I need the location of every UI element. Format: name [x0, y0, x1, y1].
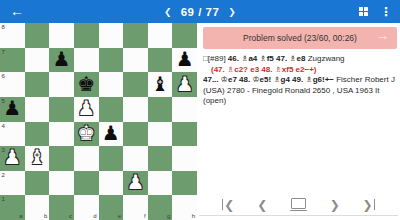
square-c3[interactable]: [49, 146, 74, 171]
square-a1[interactable]: 1a: [0, 195, 25, 220]
grid-dot: [364, 12, 368, 16]
square-c5[interactable]: [49, 97, 74, 122]
move-navigation-bar: ❮ ❮ ❯ ❯: [199, 194, 398, 216]
square-f7[interactable]: [123, 48, 148, 73]
file-label-b: b: [44, 213, 47, 219]
black-pawn: ♟: [53, 49, 71, 69]
square-a5[interactable]: 5♟: [0, 97, 25, 122]
white-pawn: ♟: [77, 98, 95, 118]
notation-line: (USA) 2780 - Finegold Ronald 2650 , USA …: [203, 86, 398, 97]
variation-moves[interactable]: (47. ♗c2? e3 48. ♗xf5 e2−+): [211, 65, 317, 74]
square-f8[interactable]: [123, 23, 148, 48]
computer-icon-base: [290, 210, 307, 212]
square-c7[interactable]: ♟: [49, 48, 74, 73]
main-line-moves-2[interactable]: 47... ♔e7 48. ♔e5! ♗g4 49. ♗g6!+−: [203, 75, 336, 84]
square-f4[interactable]: [123, 122, 148, 147]
grid-dot: [359, 7, 363, 11]
square-a7[interactable]: 7: [0, 48, 25, 73]
chess-board: 87♟♟6♚♝♟5♟♟4♚♟3♟♝2♟1abcdefgh: [0, 23, 197, 220]
square-f1[interactable]: f: [123, 195, 148, 220]
square-d1[interactable]: d: [74, 195, 99, 220]
zugzwang-comment: Zugzwang: [305, 54, 344, 63]
square-g6[interactable]: ♝: [148, 72, 173, 97]
square-e2[interactable]: [99, 171, 124, 196]
square-g5[interactable]: [148, 97, 173, 122]
white-bishop: ♝: [28, 147, 46, 167]
square-b7[interactable]: [25, 48, 50, 73]
square-d8[interactable]: [74, 23, 99, 48]
square-c8[interactable]: [49, 23, 74, 48]
previous-move-button[interactable]: ❮: [257, 199, 267, 211]
grid-dot: [359, 12, 363, 16]
rank-label-1: 1: [2, 196, 5, 202]
square-e8[interactable]: [99, 23, 124, 48]
square-c1[interactable]: c: [49, 195, 74, 220]
computer-analysis-button[interactable]: [290, 198, 307, 212]
square-a6[interactable]: 6: [0, 72, 25, 97]
chevron-left-icon: ❮: [224, 199, 234, 211]
square-b4[interactable]: [25, 122, 50, 147]
file-label-h: h: [192, 213, 195, 219]
square-h5[interactable]: [172, 97, 197, 122]
square-d3[interactable]: [74, 146, 99, 171]
bar-glyph: [374, 199, 376, 210]
square-g7[interactable]: [148, 48, 173, 73]
rank-label-8: 8: [2, 24, 5, 30]
square-e1[interactable]: e: [99, 195, 124, 220]
square-h4[interactable]: [172, 122, 197, 147]
skip-to-start-button[interactable]: ❮: [222, 199, 235, 211]
file-label-g: g: [167, 213, 170, 219]
notation-line: (47. ♗c2? e3 48. ♗xf5 e2−+): [203, 65, 398, 76]
square-f5[interactable]: [123, 97, 148, 122]
main-content: 87♟♟6♚♝♟5♟♟4♚♟3♟♝2♟1abcdefgh Problem sol…: [0, 23, 400, 220]
move-notation: □[#89] 46. ♗a4 ♗f5 47. ♗e8 Zugzwang (47.…: [203, 54, 398, 194]
grid-menu-icon[interactable]: [359, 7, 369, 17]
rank-label-7: 7: [2, 49, 5, 55]
square-d2[interactable]: [74, 171, 99, 196]
black-pawn: ♟: [3, 98, 21, 118]
computer-icon: [291, 198, 306, 209]
file-label-f: f: [144, 213, 146, 219]
game-source-text: (USA) 2780 - Finegold Ronald 2650 , USA …: [203, 86, 380, 95]
grid-dot: [364, 7, 368, 11]
square-g2[interactable]: [148, 171, 173, 196]
white-pawn: ♟: [126, 172, 144, 192]
square-h1[interactable]: h: [172, 195, 197, 220]
square-e6[interactable]: [99, 72, 124, 97]
rank-label-4: 4: [2, 123, 5, 129]
square-c6[interactable]: [49, 72, 74, 97]
main-line-moves-1[interactable]: 46. ♗a4 ♗f5 47. ♗e8: [228, 54, 306, 63]
rank-label-6: 6: [2, 73, 5, 79]
square-g8[interactable]: [148, 23, 173, 48]
title-group: ❮ 69 / 77 ❯: [0, 0, 400, 23]
problem-counter: 69 / 77: [181, 6, 220, 18]
square-h7[interactable]: ♟: [172, 48, 197, 73]
square-h8[interactable]: [172, 23, 197, 48]
skip-to-end-button[interactable]: ❯: [363, 199, 376, 211]
square-a3[interactable]: 3♟: [0, 146, 25, 171]
square-b2[interactable]: [25, 171, 50, 196]
notation-line: (open): [203, 96, 398, 107]
square-d5[interactable]: ♟: [74, 97, 99, 122]
chevron-right-icon: ❯: [363, 199, 373, 211]
right-panel: Problem solved (23/60, 00:26) → □[#89] 4…: [197, 23, 400, 220]
square-a8[interactable]: 8: [0, 23, 25, 48]
file-label-e: e: [118, 213, 121, 219]
square-g4[interactable]: [148, 122, 173, 147]
next-arrow-icon[interactable]: →: [376, 28, 389, 43]
square-b3[interactable]: ♝: [25, 146, 50, 171]
square-h6[interactable]: ♟: [172, 72, 197, 97]
square-e7[interactable]: [99, 48, 124, 73]
square-e4[interactable]: ♟: [99, 122, 124, 147]
chevron-right-icon: ❯: [330, 199, 340, 211]
square-d7[interactable]: [74, 48, 99, 73]
white-pawn: ♟: [176, 74, 194, 94]
black-pawn: ♟: [176, 49, 194, 69]
square-f3[interactable]: [123, 146, 148, 171]
topbar-actions: ⋮: [359, 5, 393, 19]
square-e5[interactable]: [99, 97, 124, 122]
square-b1[interactable]: b: [25, 195, 50, 220]
square-b8[interactable]: [25, 23, 50, 48]
top-app-bar: ← ❮ 69 / 77 ❯ ⋮: [0, 0, 400, 23]
problem-solved-banner: Problem solved (23/60, 00:26) →: [203, 27, 397, 49]
square-c2[interactable]: [49, 171, 74, 196]
black-bishop: ♝: [151, 74, 169, 94]
square-g1[interactable]: g: [148, 195, 173, 220]
black-pawn: ♟: [102, 123, 120, 143]
back-arrow-icon[interactable]: ←: [10, 0, 24, 23]
square-e3[interactable]: [99, 146, 124, 171]
square-b6[interactable]: [25, 72, 50, 97]
square-a2[interactable]: 2: [0, 171, 25, 196]
next-problem-chevron-icon[interactable]: ❯: [228, 7, 236, 17]
square-h3[interactable]: [172, 146, 197, 171]
file-label-c: c: [69, 213, 72, 219]
rank-label-2: 2: [2, 172, 5, 178]
next-move-button[interactable]: ❯: [330, 199, 340, 211]
chevron-left-icon: ❮: [257, 199, 267, 211]
square-c4[interactable]: [49, 122, 74, 147]
square-d4[interactable]: ♚: [74, 122, 99, 147]
game-source-text: Fischer Robert J: [336, 75, 395, 84]
square-b5[interactable]: [25, 97, 50, 122]
square-a4[interactable]: 4: [0, 122, 25, 147]
white-king: ♚: [77, 123, 95, 143]
square-g3[interactable]: [148, 146, 173, 171]
square-f2[interactable]: ♟: [123, 171, 148, 196]
square-d6[interactable]: ♚: [74, 72, 99, 97]
move-prefix: □[#89]: [203, 54, 228, 63]
chess-training-app: ← ❮ 69 / 77 ❯ ⋮ 87♟♟6♚♝♟5♟♟4♚♟3♟♝2♟1abcd…: [0, 0, 400, 220]
square-f6[interactable]: [123, 72, 148, 97]
white-pawn: ♟: [3, 147, 21, 167]
bar-glyph: [222, 199, 224, 210]
square-h2[interactable]: [172, 171, 197, 196]
game-source-text: (open): [203, 96, 226, 105]
problem-solved-text: Problem solved (23/60, 00:26): [203, 33, 397, 43]
notation-line: □[#89] 46. ♗a4 ♗f5 47. ♗e8 Zugzwang: [203, 54, 398, 65]
black-king: ♚: [77, 74, 95, 94]
file-label-a: a: [19, 213, 22, 219]
file-label-d: d: [93, 213, 96, 219]
notation-line: 47... ♔e7 48. ♔e5! ♗g4 49. ♗g6!+− Fische…: [203, 75, 398, 86]
overflow-menu-icon[interactable]: ⋮: [380, 5, 392, 19]
previous-problem-chevron-icon[interactable]: ❮: [164, 7, 172, 17]
